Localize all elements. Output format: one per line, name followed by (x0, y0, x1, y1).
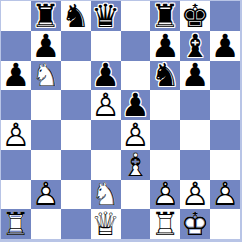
black-piece-glyph-layer: ♟ (91, 61, 121, 91)
square-e3[interactable]: ♝♗ (121, 150, 151, 180)
white-queen-piece[interactable]: ♛♕ (91, 209, 121, 239)
square-d7[interactable] (91, 31, 121, 61)
black-piece-glyph-layer: ♞ (61, 1, 91, 31)
black-pawn-piece[interactable]: ♟ (180, 61, 210, 91)
square-e1[interactable] (121, 209, 151, 239)
black-pawn-piece[interactable]: ♟ (1, 61, 31, 91)
black-piece-glyph-layer: ♛ (91, 1, 121, 31)
square-b6[interactable]: ♞♘ (31, 61, 61, 91)
white-piece-outline-layer: ♘ (91, 180, 121, 210)
square-a5[interactable] (1, 90, 31, 120)
white-piece-fill-layer: ♟ (180, 180, 210, 210)
white-knight-piece[interactable]: ♞♘ (91, 180, 121, 210)
white-king-piece[interactable]: ♚♔ (180, 209, 210, 239)
white-pawn-piece[interactable]: ♟♙ (31, 180, 61, 210)
square-g6[interactable]: ♟ (180, 61, 210, 91)
black-pawn-piece[interactable]: ♟ (150, 31, 180, 61)
chess-board: ♜♞♛♜♚♟♟♝♟♟♞♘♟♞♟♟♙♟♟♙♟♙♝♗♟♙♞♘♟♙♟♙♟♙♜♖♛♕♜♖… (0, 0, 242, 242)
square-e2[interactable] (121, 180, 151, 210)
black-piece-glyph-layer: ♟ (121, 90, 151, 120)
square-f4[interactable] (150, 120, 180, 150)
square-c4[interactable] (61, 120, 91, 150)
square-c3[interactable] (61, 150, 91, 180)
white-piece-outline-layer: ♙ (121, 120, 151, 150)
square-b5[interactable] (31, 90, 61, 120)
white-piece-outline-layer: ♘ (31, 61, 61, 91)
square-f5[interactable] (150, 90, 180, 120)
white-pawn-piece[interactable]: ♟♙ (180, 180, 210, 210)
black-queen-piece[interactable]: ♛ (91, 1, 121, 31)
square-g4[interactable] (180, 120, 210, 150)
white-piece-fill-layer: ♟ (91, 90, 121, 120)
square-f6[interactable]: ♞ (150, 61, 180, 91)
white-piece-outline-layer: ♖ (1, 209, 31, 239)
black-rook-piece[interactable]: ♜ (31, 1, 61, 31)
square-c8[interactable]: ♞ (61, 1, 91, 31)
white-piece-outline-layer: ♙ (180, 180, 210, 210)
white-pawn-piece[interactable]: ♟♙ (150, 180, 180, 210)
square-g3[interactable] (180, 150, 210, 180)
black-piece-glyph-layer: ♚ (180, 1, 210, 31)
square-a1[interactable]: ♜♖ (1, 209, 31, 239)
black-piece-glyph-layer: ♟ (180, 61, 210, 91)
square-b7[interactable]: ♟ (31, 31, 61, 61)
square-h4[interactable] (210, 120, 240, 150)
square-e4[interactable]: ♟♙ (121, 120, 151, 150)
black-pawn-piece[interactable]: ♟ (121, 90, 151, 120)
black-piece-glyph-layer: ♞ (150, 61, 180, 91)
square-g5[interactable] (180, 90, 210, 120)
square-h8[interactable] (210, 1, 240, 31)
square-h2[interactable]: ♟♙ (210, 180, 240, 210)
black-knight-piece[interactable]: ♞ (150, 61, 180, 91)
black-pawn-piece[interactable]: ♟ (210, 31, 240, 61)
square-g2[interactable]: ♟♙ (180, 180, 210, 210)
square-f7[interactable]: ♟ (150, 31, 180, 61)
square-a3[interactable] (1, 150, 31, 180)
white-piece-outline-layer: ♙ (150, 180, 180, 210)
white-piece-fill-layer: ♞ (91, 180, 121, 210)
square-d1[interactable]: ♛♕ (91, 209, 121, 239)
square-d6[interactable]: ♟ (91, 61, 121, 91)
black-piece-glyph-layer: ♟ (150, 31, 180, 61)
black-bishop-piece[interactable]: ♝ (180, 31, 210, 61)
square-e8[interactable] (121, 1, 151, 31)
white-pawn-piece[interactable]: ♟♙ (91, 90, 121, 120)
square-e7[interactable] (121, 31, 151, 61)
white-rook-piece[interactable]: ♜♖ (150, 209, 180, 239)
square-b8[interactable]: ♜ (31, 1, 61, 31)
square-b1[interactable] (31, 209, 61, 239)
white-rook-piece[interactable]: ♜♖ (1, 209, 31, 239)
square-b4[interactable] (31, 120, 61, 150)
white-piece-outline-layer: ♙ (210, 180, 240, 210)
white-piece-fill-layer: ♜ (1, 209, 31, 239)
square-g7[interactable]: ♝ (180, 31, 210, 61)
square-d2[interactable]: ♞♘ (91, 180, 121, 210)
square-f3[interactable] (150, 150, 180, 180)
black-piece-glyph-layer: ♜ (31, 1, 61, 31)
square-g8[interactable]: ♚ (180, 1, 210, 31)
square-e6[interactable] (121, 61, 151, 91)
black-rook-piece[interactable]: ♜ (150, 1, 180, 31)
square-a4[interactable]: ♟♙ (1, 120, 31, 150)
white-piece-fill-layer: ♟ (150, 180, 180, 210)
square-b2[interactable]: ♟♙ (31, 180, 61, 210)
white-piece-fill-layer: ♟ (31, 180, 61, 210)
square-h1[interactable] (210, 209, 240, 239)
square-d8[interactable]: ♛ (91, 1, 121, 31)
white-bishop-piece[interactable]: ♝♗ (121, 150, 151, 180)
square-a6[interactable]: ♟ (1, 61, 31, 91)
black-pawn-piece[interactable]: ♟ (91, 61, 121, 91)
square-h5[interactable] (210, 90, 240, 120)
square-a2[interactable] (1, 180, 31, 210)
square-e5[interactable]: ♟ (121, 90, 151, 120)
square-d5[interactable]: ♟♙ (91, 90, 121, 120)
white-knight-piece[interactable]: ♞♘ (31, 61, 61, 91)
black-king-piece[interactable]: ♚ (180, 1, 210, 31)
square-d3[interactable] (91, 150, 121, 180)
square-h3[interactable] (210, 150, 240, 180)
square-g1[interactable]: ♚♔ (180, 209, 210, 239)
white-piece-outline-layer: ♖ (150, 209, 180, 239)
black-piece-glyph-layer: ♟ (210, 31, 240, 61)
black-piece-glyph-layer: ♜ (150, 1, 180, 31)
square-c7[interactable] (61, 31, 91, 61)
white-piece-fill-layer: ♜ (150, 209, 180, 239)
white-pawn-piece[interactable]: ♟♙ (121, 120, 151, 150)
black-piece-glyph-layer: ♝ (180, 31, 210, 61)
white-piece-fill-layer: ♟ (210, 180, 240, 210)
black-pawn-piece[interactable]: ♟ (31, 31, 61, 61)
square-a7[interactable] (1, 31, 31, 61)
black-piece-glyph-layer: ♟ (1, 61, 31, 91)
white-piece-fill-layer: ♞ (31, 61, 61, 91)
square-c5[interactable] (61, 90, 91, 120)
chess-board-container: ♜♞♛♜♚♟♟♝♟♟♞♘♟♞♟♟♙♟♟♙♟♙♝♗♟♙♞♘♟♙♟♙♟♙♜♖♛♕♜♖… (0, 0, 242, 242)
white-pawn-piece[interactable]: ♟♙ (210, 180, 240, 210)
square-h7[interactable]: ♟ (210, 31, 240, 61)
white-piece-outline-layer: ♙ (1, 120, 31, 150)
square-c6[interactable] (61, 61, 91, 91)
white-pawn-piece[interactable]: ♟♙ (1, 120, 31, 150)
white-piece-fill-layer: ♝ (121, 150, 151, 180)
white-piece-outline-layer: ♕ (91, 209, 121, 239)
white-piece-outline-layer: ♗ (121, 150, 151, 180)
square-d4[interactable] (91, 120, 121, 150)
white-piece-fill-layer: ♟ (121, 120, 151, 150)
square-f8[interactable]: ♜ (150, 1, 180, 31)
white-piece-fill-layer: ♛ (91, 209, 121, 239)
white-piece-fill-layer: ♟ (1, 120, 31, 150)
square-f1[interactable]: ♜♖ (150, 209, 180, 239)
square-c2[interactable] (61, 180, 91, 210)
square-a8[interactable] (1, 1, 31, 31)
white-piece-outline-layer: ♙ (31, 180, 61, 210)
square-c1[interactable] (61, 209, 91, 239)
white-piece-outline-layer: ♔ (180, 209, 210, 239)
white-piece-outline-layer: ♙ (91, 90, 121, 120)
square-f2[interactable]: ♟♙ (150, 180, 180, 210)
square-h6[interactable] (210, 61, 240, 91)
square-b3[interactable] (31, 150, 61, 180)
white-piece-fill-layer: ♚ (180, 209, 210, 239)
black-knight-piece[interactable]: ♞ (61, 1, 91, 31)
black-piece-glyph-layer: ♟ (31, 31, 61, 61)
